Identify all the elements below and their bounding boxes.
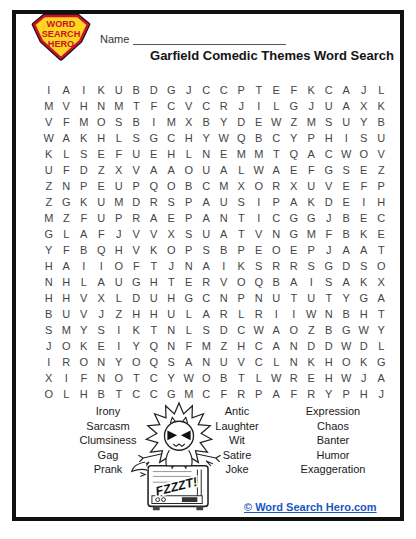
grid-cell: E (93, 146, 111, 162)
grid-cell: L (180, 306, 198, 322)
grid-cell: L (268, 354, 286, 370)
grid-cell: K (373, 98, 391, 114)
grid-cell: T (233, 226, 251, 242)
grid-cell: L (180, 322, 198, 338)
grid-cell: I (145, 114, 163, 130)
grid-cell: S (93, 322, 111, 338)
grid-cell: R (285, 258, 303, 274)
grid-cell: C (373, 210, 391, 226)
grid-cell: S (303, 258, 321, 274)
grid-cell: F (75, 210, 93, 226)
grid-cell: H (58, 274, 76, 290)
grid-cell: W (268, 114, 286, 130)
grid-cell: B (338, 226, 356, 242)
grid-cell: S (163, 194, 181, 210)
grid-cell: U (303, 290, 321, 306)
word-list-item: Irony (56, 404, 160, 419)
grid-cell: B (268, 274, 286, 290)
grid-cell: L (58, 146, 76, 162)
grid-cell: I (110, 322, 128, 338)
grid-cell: H (163, 290, 181, 306)
grid-cell: H (93, 130, 111, 146)
grid-cell: K (355, 226, 373, 242)
grid-cell: Y (215, 114, 233, 130)
grid-cell: J (373, 386, 391, 402)
grid-cell: F (58, 162, 76, 178)
grid-cell: W (180, 370, 198, 386)
grid-cell: P (233, 82, 251, 98)
grid-cell: L (233, 162, 251, 178)
name-label: Name (100, 33, 129, 45)
grid-cell: A (215, 226, 233, 242)
grid-cell: E (163, 210, 181, 226)
grid-cell: O (110, 258, 128, 274)
grid-cell: S (40, 322, 58, 338)
grid-cell: T (250, 82, 268, 98)
grid-cell: H (145, 306, 163, 322)
grid-cell: F (110, 146, 128, 162)
grid-cell: A (268, 162, 286, 178)
grid-cell: V (373, 146, 391, 162)
grid-cell: M (250, 146, 268, 162)
grid-cell: C (163, 98, 181, 114)
grid-cell: T (320, 290, 338, 306)
grid-cell: Y (110, 354, 128, 370)
grid-cell: I (285, 306, 303, 322)
word-list-item: Humor (270, 448, 396, 463)
grid-cell: F (355, 178, 373, 194)
grid-cell: J (40, 338, 58, 354)
grid-cell: S (338, 162, 356, 178)
grid-cell: O (233, 274, 251, 290)
grid-cell: G (128, 274, 146, 290)
grid-cell: N (268, 226, 286, 242)
grid-cell: O (58, 338, 76, 354)
grid-cell: E (215, 146, 233, 162)
grid-cell: V (320, 178, 338, 194)
grid-cell: I (110, 338, 128, 354)
grid-cell: Q (145, 354, 163, 370)
grid-cell: D (320, 338, 338, 354)
grid-cell: E (93, 178, 111, 194)
grid-cell: R (250, 306, 268, 322)
grid-cell: C (320, 146, 338, 162)
grid-cell: P (338, 386, 356, 402)
grid-cell: U (268, 290, 286, 306)
grid-cell: O (250, 178, 268, 194)
grid-cell: A (285, 274, 303, 290)
tv-speaker-grille (182, 497, 197, 502)
grid-cell: Z (373, 162, 391, 178)
grid-cell: H (40, 290, 58, 306)
grid-cell: B (93, 386, 111, 402)
grid-cell: H (75, 98, 93, 114)
grid-cell: U (40, 162, 58, 178)
grid-cell: W (303, 306, 321, 322)
grid-cell: N (163, 338, 181, 354)
grid-cell: T (128, 370, 146, 386)
grid-cell: G (58, 194, 76, 210)
grid-cell: I (40, 82, 58, 98)
grid-cell: A (373, 290, 391, 306)
grid-cell: L (373, 338, 391, 354)
grid-cell: O (355, 146, 373, 162)
grid-cell: P (75, 178, 93, 194)
grid-cell: C (320, 82, 338, 98)
grid-cell: C (215, 82, 233, 98)
grid-cell: W (268, 370, 286, 386)
grid-cell: G (320, 258, 338, 274)
grid-cell: Z (285, 114, 303, 130)
grid-cell: T (268, 146, 286, 162)
grid-cell: V (75, 306, 93, 322)
grid-cell: R (215, 306, 233, 322)
tv-leg (196, 506, 203, 510)
grid-cell: A (338, 98, 356, 114)
grid-cell: A (180, 354, 198, 370)
grid-cell: V (75, 290, 93, 306)
word-list-item: Gag (56, 448, 160, 463)
grid-cell: G (338, 322, 356, 338)
grid-cell: E (338, 194, 356, 210)
grid-cell: X (355, 98, 373, 114)
grid-cell: A (215, 162, 233, 178)
grid-cell: J (320, 210, 338, 226)
grid-cell: E (285, 242, 303, 258)
grid-cell: O (40, 386, 58, 402)
grid-cell: I (250, 210, 268, 226)
grid-cell: M (303, 226, 321, 242)
grid-cell: M (163, 114, 181, 130)
grid-cell: B (180, 178, 198, 194)
grid-cell: E (303, 370, 321, 386)
name-row: Name (100, 33, 286, 45)
grid-cell: K (145, 242, 163, 258)
grid-cell: Y (40, 242, 58, 258)
grid-cell: N (163, 322, 181, 338)
grid-cell: S (355, 258, 373, 274)
grid-cell: O (338, 354, 356, 370)
grid-cell: N (198, 146, 216, 162)
grid-cell: U (93, 194, 111, 210)
grid-cell: N (93, 370, 111, 386)
logo-text-word: WORD (47, 19, 76, 29)
grid-cell: B (128, 82, 146, 98)
grid-cell: E (373, 226, 391, 242)
grid-cell: Y (128, 338, 146, 354)
grid-cell: U (58, 306, 76, 322)
grid-cell: A (163, 162, 181, 178)
grid-cell: A (198, 194, 216, 210)
grid-cell: G (285, 210, 303, 226)
grid-cell: Y (355, 114, 373, 130)
word-list-item: Exaggeration (270, 462, 396, 477)
grid-cell: D (233, 114, 251, 130)
grid-cell: E (338, 178, 356, 194)
grid-cell: F (93, 226, 111, 242)
grid-cell: U (93, 210, 111, 226)
grid-cell: B (128, 114, 146, 130)
grid-cell: V (128, 242, 146, 258)
grid-cell: A (303, 146, 321, 162)
grid-cell: Y (75, 322, 93, 338)
grid-cell: C (198, 98, 216, 114)
grid-cell: H (320, 370, 338, 386)
grid-cell: X (285, 178, 303, 194)
grid-cell: K (303, 82, 321, 98)
grid-cell: H (320, 354, 338, 370)
grid-cell: J (233, 98, 251, 114)
grid-cell: B (75, 242, 93, 258)
grid-cell: Q (250, 274, 268, 290)
grid-cell: O (163, 242, 181, 258)
grid-cell: C (268, 210, 286, 226)
grid-cell: B (338, 210, 356, 226)
grid-cell: X (110, 162, 128, 178)
grid-cell: Y (373, 322, 391, 338)
grid-cell: H (58, 290, 76, 306)
grid-cell: N (198, 354, 216, 370)
grid-cell: L (110, 130, 128, 146)
grid-cell: K (128, 322, 146, 338)
tv-leg (153, 506, 160, 510)
grid-cell: Q (285, 146, 303, 162)
grid-cell: A (75, 226, 93, 242)
grid-cell: K (303, 194, 321, 210)
grid-cell: F (58, 242, 76, 258)
grid-cell: D (338, 258, 356, 274)
grid-cell: A (338, 82, 356, 98)
grid-cell: A (198, 258, 216, 274)
grid-cell: N (40, 274, 58, 290)
grid-cell: L (373, 82, 391, 98)
grid-cell: T (373, 306, 391, 322)
word-list-item: Chaos (270, 419, 396, 434)
grid-cell: N (285, 354, 303, 370)
word-list-column-3: ExpressionChaosBanterHumorExaggeration (270, 404, 396, 477)
grid-cell: O (110, 370, 128, 386)
grid-cell: G (163, 82, 181, 98)
grid-cell: G (303, 210, 321, 226)
grid-cell: U (320, 98, 338, 114)
grid-cell: H (373, 194, 391, 210)
grid-cell: O (75, 354, 93, 370)
grid-cell: T (373, 242, 391, 258)
grid-cell: D (145, 82, 163, 98)
grid-cell: A (93, 274, 111, 290)
grid-cell: R (268, 258, 286, 274)
grid-cell: V (145, 226, 163, 242)
grid-cell: M (198, 338, 216, 354)
grid-cell: I (215, 258, 233, 274)
grid-cell: D (355, 338, 373, 354)
word-list-item: Banter (270, 433, 396, 448)
grid-cell: S (163, 354, 181, 370)
grid-cell: F (180, 338, 198, 354)
grid-cell: F (145, 98, 163, 114)
grid-cell: O (285, 322, 303, 338)
grid-cell: A (355, 242, 373, 258)
grid-cell: I (303, 274, 321, 290)
grid-cell: K (355, 274, 373, 290)
grid-cell: S (355, 130, 373, 146)
grid-cell: Y (320, 386, 338, 402)
grid-cell: J (180, 82, 198, 98)
grid-cell: D (128, 290, 146, 306)
grid-cell: E (355, 162, 373, 178)
grid-cell: O (373, 258, 391, 274)
grid-cell: E (285, 162, 303, 178)
grid-cell: R (285, 370, 303, 386)
grid-cell: A (285, 194, 303, 210)
grid-cell: R (268, 178, 286, 194)
grid-cell: W (338, 370, 356, 386)
grid-cell: A (145, 210, 163, 226)
word-search-hero-link[interactable]: © Word Search Hero.com (244, 501, 377, 513)
grid-cell: P (180, 242, 198, 258)
grid-cell: G (373, 354, 391, 370)
grid-cell: F (285, 82, 303, 98)
grid-cell: P (110, 210, 128, 226)
grid-cell: L (268, 98, 286, 114)
grid-cell: V (250, 226, 268, 242)
grid-cell: Z (303, 322, 321, 338)
grid-cell: L (233, 306, 251, 322)
grid-cell: M (215, 178, 233, 194)
grid-cell: C (250, 354, 268, 370)
grid-cell: S (233, 194, 251, 210)
grid-cell: O (180, 162, 198, 178)
grid-cell: R (215, 98, 233, 114)
grid-cell: M (110, 98, 128, 114)
grid-cell: A (145, 162, 163, 178)
grid-cell: E (93, 338, 111, 354)
grid-cell: W (338, 338, 356, 354)
grid-cell: C (198, 290, 216, 306)
grid-cell: N (93, 354, 111, 370)
grid-cell: H (40, 258, 58, 274)
grid-cell: P (233, 242, 251, 258)
grid-cell: G (180, 290, 198, 306)
grid-cell: M (75, 114, 93, 130)
grid-cell: I (58, 370, 76, 386)
grid-cell: M (233, 146, 251, 162)
grid-cell: H (355, 306, 373, 322)
grid-cell: G (285, 98, 303, 114)
grid-cell: G (320, 162, 338, 178)
grid-cell: M (40, 210, 58, 226)
grid-cell: M (58, 322, 76, 338)
grid-cell: C (250, 338, 268, 354)
grid-cell: I (75, 82, 93, 98)
grid-cell: W (250, 162, 268, 178)
grid-cell: O (93, 114, 111, 130)
grid-cell: L (110, 290, 128, 306)
grid-cell: D (215, 322, 233, 338)
word-list-item: Expression (270, 404, 396, 419)
grid-cell: C (145, 370, 163, 386)
grid-cell: L (75, 274, 93, 290)
grid-cell: V (215, 274, 233, 290)
grid-cell: I (40, 354, 58, 370)
grid-cell: U (215, 354, 233, 370)
grid-cell: G (40, 226, 58, 242)
puzzle-title: Garfield Comedic Themes Word Search (150, 48, 394, 63)
grid-cell: B (373, 114, 391, 130)
grid-cell: U (110, 274, 128, 290)
grid-cell: E (145, 146, 163, 162)
grid-cell: F (303, 162, 321, 178)
grid-cell: F (128, 258, 146, 274)
grid-cell: Z (40, 194, 58, 210)
grid-cell: K (233, 258, 251, 274)
grid-cell: W (215, 130, 233, 146)
grid-cell: I (250, 98, 268, 114)
grid-cell: U (145, 290, 163, 306)
grid-cell: Y (285, 130, 303, 146)
grid-cell: B (198, 114, 216, 130)
grid-cell: J (355, 82, 373, 98)
grid-cell: M (303, 114, 321, 130)
grid-cell: Z (58, 210, 76, 226)
grid-cell: W (355, 322, 373, 338)
grid-cell: A (58, 82, 76, 98)
tv-knob (162, 498, 166, 502)
grid-cell: F (58, 114, 76, 130)
grid-cell: A (268, 322, 286, 338)
grid-cell: B (215, 370, 233, 386)
grid-cell: A (373, 370, 391, 386)
grid-cell: D (320, 194, 338, 210)
grid-cell: N (320, 306, 338, 322)
grid-cell: T (145, 322, 163, 338)
grid-cell: V (128, 162, 146, 178)
grid-cell: A (58, 258, 76, 274)
grid-cell: B (338, 306, 356, 322)
grid-cell: S (198, 242, 216, 258)
grid-cell: O (163, 178, 181, 194)
grid-cell: U (215, 194, 233, 210)
grid-cell: A (338, 274, 356, 290)
grid-cell: E (180, 274, 198, 290)
grid-cell: B (40, 306, 58, 322)
word-search-grid: IAIKUBDGJCCPTEFKCAJLMVHNMTFCVCRJILGJUAXK… (40, 82, 390, 402)
grid-cell: L (58, 386, 76, 402)
grid-cell: I (355, 194, 373, 210)
grid-cell: K (75, 194, 93, 210)
grid-cell: W (338, 146, 356, 162)
grid-cell: T (233, 370, 251, 386)
grid-cell: B (320, 322, 338, 338)
grid-cell: X (373, 274, 391, 290)
grid-cell: G (145, 130, 163, 146)
grid-cell: V (233, 354, 251, 370)
grid-cell: S (180, 226, 198, 242)
grid-cell: H (145, 274, 163, 290)
grid-cell: N (250, 290, 268, 306)
grid-cell: S (75, 146, 93, 162)
grid-cell: L (180, 146, 198, 162)
grid-cell: M (110, 194, 128, 210)
grid-cell: I (338, 130, 356, 146)
grid-cell: K (75, 338, 93, 354)
word-list-item: Prank (56, 462, 160, 477)
grid-cell: U (198, 162, 216, 178)
grid-cell: D (303, 338, 321, 354)
grid-cell: I (250, 194, 268, 210)
grid-cell: O (198, 370, 216, 386)
grid-cell: J (110, 226, 128, 242)
